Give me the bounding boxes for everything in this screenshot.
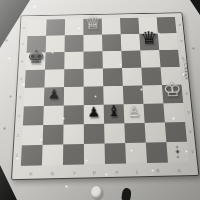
square-f3[interactable]: ♙ — [124, 104, 145, 123]
square-f4[interactable] — [123, 85, 144, 104]
square-g4[interactable] — [142, 85, 163, 104]
square-g2[interactable] — [145, 122, 167, 142]
square-b5[interactable] — [44, 69, 64, 87]
square-a5[interactable] — [25, 70, 45, 88]
square-f8[interactable] — [120, 18, 139, 34]
square-h6[interactable] — [159, 50, 180, 68]
square-e3[interactable]: ♝ — [104, 104, 125, 123]
rank-label-3: 3 — [187, 110, 190, 114]
chess-board: 87654321 ♕♛♚♟♔♟♝♙ 87654321 abcdefgh ♘ CH… — [11, 12, 199, 180]
chessboard-photo: 87654321 ♕♛♚♟♔♟♝♙ 87654321 abcdefgh ♘ CH… — [0, 0, 200, 200]
rank-label-4: 4 — [185, 92, 188, 96]
square-e8[interactable] — [102, 18, 121, 34]
file-label-g: g — [156, 168, 159, 173]
square-f5[interactable] — [122, 68, 142, 86]
square-d5[interactable] — [84, 68, 104, 86]
rank-label-4: 4 — [19, 95, 22, 99]
corner-emblem-icon: ▴✦▾ — [166, 142, 189, 163]
square-a8[interactable] — [27, 20, 46, 37]
square-b6[interactable] — [45, 52, 65, 70]
rank-label-1: 1 — [191, 150, 194, 154]
square-c3[interactable] — [64, 105, 84, 125]
square-a6[interactable]: ♚ — [26, 52, 46, 70]
piece-black-bishop[interactable]: ♝ — [106, 103, 121, 119]
square-d1[interactable] — [84, 144, 105, 165]
square-a4[interactable] — [24, 88, 45, 107]
file-label-e: e — [115, 168, 118, 173]
piece-white-king[interactable]: ♔ — [162, 80, 182, 99]
brand-label: ♘ CHESS — [182, 58, 189, 80]
square-c6[interactable] — [64, 52, 83, 70]
square-e1[interactable] — [105, 143, 126, 164]
square-d2[interactable] — [84, 124, 105, 144]
square-h3[interactable] — [163, 103, 185, 122]
rank-label-8: 8 — [178, 23, 181, 26]
rank-label-2: 2 — [17, 134, 20, 138]
rank-label-7: 7 — [180, 40, 183, 43]
square-b3[interactable] — [43, 106, 64, 126]
brand-text: CHESS — [182, 63, 188, 80]
square-g1[interactable] — [146, 142, 168, 163]
piece-black-queen[interactable]: ♛ — [140, 29, 159, 47]
square-h2[interactable] — [165, 122, 187, 142]
square-f1[interactable] — [125, 143, 147, 164]
square-d4[interactable] — [84, 86, 104, 105]
corner-emblem-part-3: ▾ — [177, 156, 179, 160]
rank-label-3: 3 — [18, 114, 21, 118]
square-f2[interactable] — [124, 123, 145, 143]
square-c2[interactable] — [63, 124, 84, 144]
file-labels: abcdefgh — [20, 165, 190, 178]
square-h7[interactable] — [158, 33, 178, 50]
square-c4[interactable] — [64, 87, 84, 106]
square-b8[interactable] — [46, 19, 65, 36]
captured-black-piece — [121, 187, 132, 200]
square-b1[interactable] — [42, 144, 63, 165]
rank-label-2: 2 — [189, 130, 192, 134]
square-e6[interactable] — [102, 51, 122, 69]
square-e7[interactable] — [102, 34, 121, 51]
square-e2[interactable] — [104, 123, 125, 143]
rank-label-5: 5 — [20, 77, 23, 80]
table-shadow-top-right — [190, 0, 200, 15]
square-g5[interactable] — [141, 67, 162, 85]
square-d7[interactable] — [83, 35, 102, 52]
square-f6[interactable] — [121, 50, 141, 68]
square-d3[interactable]: ♟ — [84, 105, 104, 125]
square-c8[interactable] — [65, 19, 84, 36]
piece-black-pawn[interactable]: ♟ — [48, 88, 61, 101]
piece-white-queen[interactable]: ♕ — [84, 14, 102, 31]
square-f7[interactable] — [121, 34, 141, 51]
file-label-b: b — [51, 170, 54, 175]
square-b4[interactable]: ♟ — [44, 87, 64, 106]
file-label-h: h — [177, 167, 180, 172]
rank-label-6: 6 — [21, 60, 24, 63]
square-d6[interactable] — [83, 51, 102, 69]
square-a3[interactable] — [23, 106, 44, 126]
square-h8[interactable] — [157, 17, 177, 33]
rank-label-7: 7 — [22, 43, 24, 46]
file-label-f: f — [136, 168, 138, 173]
square-g6[interactable] — [140, 50, 160, 68]
captured-white-piece — [91, 186, 102, 199]
square-b2[interactable] — [43, 125, 64, 145]
square-c7[interactable] — [65, 35, 84, 52]
piece-black-pawn[interactable]: ♟ — [87, 106, 100, 120]
square-b7[interactable] — [46, 35, 65, 52]
file-label-c: c — [72, 169, 75, 174]
square-a2[interactable] — [22, 125, 43, 145]
board-grid: ♕♛♚♟♔♟♝♙ — [21, 17, 189, 166]
rank-label-1: 1 — [15, 154, 18, 158]
piece-white-pawn[interactable]: ♙ — [127, 105, 141, 119]
square-g7[interactable]: ♛ — [139, 33, 159, 50]
square-e5[interactable] — [103, 68, 123, 86]
square-c5[interactable] — [64, 69, 84, 87]
square-h4[interactable]: ♔ — [162, 85, 183, 104]
file-label-a: a — [30, 170, 33, 175]
square-c1[interactable] — [63, 144, 84, 165]
file-label-d: d — [93, 169, 96, 174]
square-g3[interactable] — [143, 103, 164, 122]
square-d8[interactable]: ♕ — [83, 18, 102, 34]
rank-label-8: 8 — [23, 26, 25, 29]
piece-black-king[interactable]: ♚ — [26, 48, 45, 66]
square-a1[interactable] — [21, 145, 43, 166]
